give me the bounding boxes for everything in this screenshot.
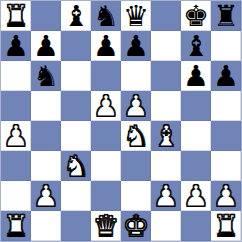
square-f5[interactable] — [151, 91, 181, 121]
square-a3[interactable] — [1, 151, 31, 181]
square-e5[interactable]: ♟ — [121, 91, 151, 121]
square-b3[interactable] — [31, 151, 61, 181]
square-f2[interactable]: ♟ — [151, 181, 181, 211]
square-c4[interactable] — [61, 121, 91, 151]
square-e8[interactable]: ♛ — [121, 1, 151, 31]
white-knight[interactable]: ♞ — [123, 122, 149, 151]
black-queen[interactable]: ♛ — [123, 2, 149, 31]
square-c5[interactable] — [61, 91, 91, 121]
square-h2[interactable]: ♟ — [211, 181, 241, 211]
square-a7[interactable]: ♟ — [1, 31, 31, 61]
white-rook[interactable]: ♜ — [213, 212, 239, 241]
square-c2[interactable] — [61, 181, 91, 211]
square-b7[interactable]: ♟ — [31, 31, 61, 61]
black-bishop[interactable]: ♝ — [183, 32, 209, 61]
square-e3[interactable] — [121, 151, 151, 181]
square-e7[interactable]: ♟ — [121, 31, 151, 61]
square-d6[interactable] — [91, 61, 121, 91]
square-c8[interactable]: ♝ — [61, 1, 91, 31]
square-g2[interactable]: ♟ — [181, 181, 211, 211]
square-d8[interactable]: ♞ — [91, 1, 121, 31]
white-king[interactable]: ♚ — [123, 212, 149, 241]
white-pawn[interactable]: ♟ — [33, 182, 59, 211]
square-f8[interactable] — [151, 1, 181, 31]
square-g4[interactable] — [181, 121, 211, 151]
black-bishop[interactable]: ♝ — [63, 2, 89, 31]
square-a1[interactable]: ♜ — [1, 211, 31, 241]
square-b5[interactable] — [31, 91, 61, 121]
white-pawn[interactable]: ♟ — [93, 92, 119, 121]
black-pawn[interactable]: ♟ — [33, 32, 59, 61]
square-f3[interactable] — [151, 151, 181, 181]
chess-board: ♜♝♞♛♚♜♟♟♟♟♝♞♟♟♟♟♟♞♝♞♟♟♟♟♜♛♚♜ — [0, 0, 242, 242]
square-c1[interactable] — [61, 211, 91, 241]
square-h4[interactable] — [211, 121, 241, 151]
square-g5[interactable] — [181, 91, 211, 121]
square-f6[interactable] — [151, 61, 181, 91]
square-c7[interactable] — [61, 31, 91, 61]
square-d7[interactable]: ♟ — [91, 31, 121, 61]
square-g8[interactable]: ♚ — [181, 1, 211, 31]
square-a8[interactable]: ♜ — [1, 1, 31, 31]
square-a4[interactable]: ♟ — [1, 121, 31, 151]
white-pawn[interactable]: ♟ — [213, 182, 239, 211]
square-b1[interactable] — [31, 211, 61, 241]
square-d5[interactable]: ♟ — [91, 91, 121, 121]
black-pawn[interactable]: ♟ — [213, 62, 239, 91]
square-h5[interactable] — [211, 91, 241, 121]
black-rook[interactable]: ♜ — [213, 2, 239, 31]
square-h8[interactable]: ♜ — [211, 1, 241, 31]
square-d4[interactable] — [91, 121, 121, 151]
square-e1[interactable]: ♚ — [121, 211, 151, 241]
black-pawn[interactable]: ♟ — [3, 32, 29, 61]
white-rook[interactable]: ♜ — [3, 212, 29, 241]
square-a2[interactable] — [1, 181, 31, 211]
square-f4[interactable]: ♝ — [151, 121, 181, 151]
black-pawn[interactable]: ♟ — [123, 32, 149, 61]
white-queen[interactable]: ♛ — [93, 212, 119, 241]
black-pawn[interactable]: ♟ — [93, 32, 119, 61]
square-e4[interactable]: ♞ — [121, 121, 151, 151]
black-pawn[interactable]: ♟ — [183, 62, 209, 91]
square-g7[interactable]: ♝ — [181, 31, 211, 61]
square-b2[interactable]: ♟ — [31, 181, 61, 211]
square-g1[interactable] — [181, 211, 211, 241]
square-g6[interactable]: ♟ — [181, 61, 211, 91]
square-b4[interactable] — [31, 121, 61, 151]
black-king[interactable]: ♚ — [183, 2, 209, 31]
black-knight[interactable]: ♞ — [93, 2, 119, 31]
square-a5[interactable] — [1, 91, 31, 121]
square-h3[interactable] — [211, 151, 241, 181]
white-bishop[interactable]: ♝ — [153, 122, 179, 151]
square-e2[interactable] — [121, 181, 151, 211]
white-pawn[interactable]: ♟ — [153, 182, 179, 211]
black-knight[interactable]: ♞ — [33, 62, 59, 91]
square-e6[interactable] — [121, 61, 151, 91]
square-c6[interactable] — [61, 61, 91, 91]
square-f1[interactable] — [151, 211, 181, 241]
square-d1[interactable]: ♛ — [91, 211, 121, 241]
square-h6[interactable]: ♟ — [211, 61, 241, 91]
square-b6[interactable]: ♞ — [31, 61, 61, 91]
square-d3[interactable] — [91, 151, 121, 181]
square-c3[interactable]: ♞ — [61, 151, 91, 181]
white-pawn[interactable]: ♟ — [183, 182, 209, 211]
square-h7[interactable] — [211, 31, 241, 61]
white-pawn[interactable]: ♟ — [3, 122, 29, 151]
square-b8[interactable] — [31, 1, 61, 31]
square-f7[interactable] — [151, 31, 181, 61]
square-h1[interactable]: ♜ — [211, 211, 241, 241]
square-d2[interactable] — [91, 181, 121, 211]
white-pawn[interactable]: ♟ — [123, 92, 149, 121]
square-g3[interactable] — [181, 151, 211, 181]
square-a6[interactable] — [1, 61, 31, 91]
white-rook[interactable]: ♜ — [3, 2, 29, 31]
white-knight[interactable]: ♞ — [63, 152, 89, 181]
